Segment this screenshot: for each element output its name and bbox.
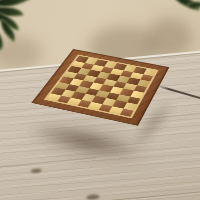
wood-grain-line — [0, 187, 200, 200]
chess-box — [32, 65, 168, 143]
wood-grain-line — [0, 157, 97, 169]
wall-shadow — [0, 36, 42, 70]
square-h1[interactable] — [119, 108, 133, 117]
chess-board-grid — [44, 55, 159, 119]
wood-knot — [31, 168, 42, 173]
drawer-seam — [140, 120, 141, 121]
wood-knot — [86, 194, 99, 200]
product-photo-empty-chessboard — [0, 0, 200, 200]
chess-box-scene — [50, 48, 156, 154]
board-frame — [31, 49, 169, 126]
